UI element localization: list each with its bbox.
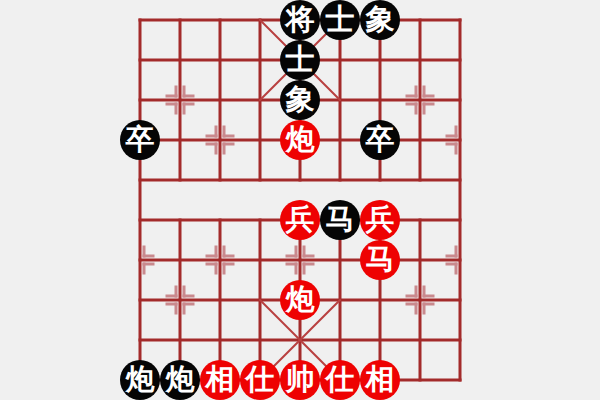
- piece-red-cannon[interactable]: 炮: [280, 280, 320, 320]
- xiangqi-screen: 将士象士象卒炮卒兵马兵马炮炮炮相仕帅仕相: [0, 0, 600, 400]
- piece-black-elephant[interactable]: 象: [280, 80, 320, 120]
- piece-glyph: 炮: [286, 285, 315, 314]
- piece-black-advisor[interactable]: 士: [280, 40, 320, 80]
- piece-red-elephant[interactable]: 相: [360, 360, 400, 400]
- piece-glyph: 士: [286, 45, 315, 74]
- piece-black-cannon[interactable]: 炮: [120, 360, 160, 400]
- piece-red-advisor[interactable]: 仕: [320, 360, 360, 400]
- piece-glyph: 卒: [126, 125, 155, 154]
- piece-red-elephant[interactable]: 相: [200, 360, 240, 400]
- piece-black-cannon[interactable]: 炮: [160, 360, 200, 400]
- piece-black-general[interactable]: 将: [280, 0, 320, 40]
- piece-glyph: 相: [366, 365, 395, 394]
- piece-red-cannon[interactable]: 炮: [280, 120, 320, 160]
- piece-black-soldier[interactable]: 卒: [120, 120, 160, 160]
- piece-black-advisor[interactable]: 士: [320, 0, 360, 40]
- piece-black-soldier[interactable]: 卒: [360, 120, 400, 160]
- piece-glyph: 马: [366, 245, 395, 274]
- piece-glyph: 仕: [326, 365, 355, 394]
- piece-black-elephant[interactable]: 象: [360, 0, 400, 40]
- piece-glyph: 帅: [286, 365, 315, 394]
- piece-red-advisor[interactable]: 仕: [240, 360, 280, 400]
- piece-glyph: 象: [286, 85, 315, 114]
- piece-glyph: 象: [366, 5, 395, 34]
- piece-glyph: 炮: [166, 365, 195, 394]
- piece-glyph: 炮: [286, 125, 315, 154]
- piece-black-horse[interactable]: 马: [320, 200, 360, 240]
- piece-red-soldier[interactable]: 兵: [360, 200, 400, 240]
- piece-glyph: 炮: [126, 365, 155, 394]
- xiangqi-board[interactable]: 将士象士象卒炮卒兵马兵马炮炮炮相仕帅仕相: [120, 0, 480, 400]
- piece-red-soldier[interactable]: 兵: [280, 200, 320, 240]
- piece-glyph: 士: [326, 5, 355, 34]
- piece-glyph: 仕: [246, 365, 275, 394]
- piece-red-horse[interactable]: 马: [360, 240, 400, 280]
- piece-red-general[interactable]: 帅: [280, 360, 320, 400]
- piece-glyph: 兵: [286, 205, 315, 234]
- piece-glyph: 马: [326, 205, 355, 234]
- piece-glyph: 将: [286, 5, 315, 34]
- piece-glyph: 相: [206, 365, 235, 394]
- piece-glyph: 兵: [366, 205, 395, 234]
- piece-glyph: 卒: [366, 125, 395, 154]
